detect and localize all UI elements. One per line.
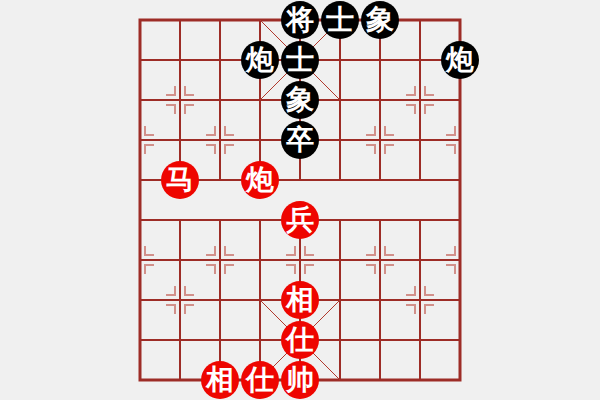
board-point: [360, 320, 400, 360]
board-point: [360, 240, 400, 280]
piece-red-advisor[interactable]: 仕: [281, 321, 319, 359]
board-point: 象: [360, 0, 400, 40]
board-point: [400, 320, 440, 360]
board-point: [240, 280, 280, 320]
board-point: [160, 0, 200, 40]
board-point: [440, 320, 480, 360]
board-point: 仕: [280, 320, 320, 360]
board-point: [120, 80, 160, 120]
board-point: [120, 360, 160, 400]
piece-red-horse[interactable]: 马: [161, 161, 199, 199]
board-point: [360, 160, 400, 200]
board-point: [280, 160, 320, 200]
piece-red-cannon[interactable]: 炮: [241, 161, 279, 199]
board-point: [240, 80, 280, 120]
board-point: [400, 80, 440, 120]
xiangqi-board-pieces: 将士象炮士炮象卒马炮兵相仕相仕帅: [120, 0, 480, 400]
board-point: 炮: [240, 160, 280, 200]
board-point: [360, 200, 400, 240]
piece-black-elephant[interactable]: 象: [361, 1, 399, 39]
board-point: [400, 360, 440, 400]
board-point: [120, 280, 160, 320]
piece-red-elephant[interactable]: 相: [281, 281, 319, 319]
board-point: [440, 360, 480, 400]
board-point: 士: [320, 0, 360, 40]
board-point: [200, 80, 240, 120]
piece-red-general[interactable]: 帅: [281, 361, 319, 399]
board-point: [120, 320, 160, 360]
board-point: [320, 40, 360, 80]
board-point: [200, 280, 240, 320]
piece-black-advisor[interactable]: 士: [321, 1, 359, 39]
board-point: [120, 200, 160, 240]
board-point: 将: [280, 0, 320, 40]
board-point: [400, 280, 440, 320]
board-point: 炮: [240, 40, 280, 80]
board-point: [240, 120, 280, 160]
board-point: [120, 0, 160, 40]
board-point: [200, 240, 240, 280]
board-point: [360, 360, 400, 400]
board-point: [320, 160, 360, 200]
board-point: [160, 200, 200, 240]
board-point: 兵: [280, 200, 320, 240]
board-point: [320, 240, 360, 280]
board-point: 炮: [440, 40, 480, 80]
board-point: 卒: [280, 120, 320, 160]
board-point: [360, 40, 400, 80]
board-point: 帅: [280, 360, 320, 400]
board-point: [440, 280, 480, 320]
piece-black-cannon[interactable]: 炮: [241, 41, 279, 79]
board-point: [400, 240, 440, 280]
board-point: [320, 320, 360, 360]
board-point: [320, 280, 360, 320]
board-point: 马: [160, 160, 200, 200]
piece-red-elephant[interactable]: 相: [201, 361, 239, 399]
board-point: [240, 0, 280, 40]
board-point: [440, 80, 480, 120]
board-point: 相: [200, 360, 240, 400]
board-point: [240, 200, 280, 240]
board-point: [160, 120, 200, 160]
board-point: [120, 240, 160, 280]
board-point: 仕: [240, 360, 280, 400]
board-point: [200, 200, 240, 240]
board-point: [360, 80, 400, 120]
board-point: [120, 120, 160, 160]
piece-red-soldier[interactable]: 兵: [281, 201, 319, 239]
board-point: [160, 360, 200, 400]
board-point: [200, 160, 240, 200]
board-point: [200, 0, 240, 40]
board-point: 相: [280, 280, 320, 320]
xiangqi-diagram: 将士象炮士炮象卒马炮兵相仕相仕帅: [0, 0, 600, 400]
board-point: [120, 160, 160, 200]
piece-black-general[interactable]: 将: [281, 1, 319, 39]
board-point: [240, 240, 280, 280]
board-point: [160, 80, 200, 120]
piece-black-elephant[interactable]: 象: [281, 81, 319, 119]
board-point: [400, 160, 440, 200]
board-point: [200, 120, 240, 160]
board-point: [440, 0, 480, 40]
board-point: [160, 280, 200, 320]
board-point: [320, 120, 360, 160]
board-point: [200, 40, 240, 80]
board-point: [440, 240, 480, 280]
board-point: [320, 80, 360, 120]
board-point: [400, 120, 440, 160]
board-point: [440, 120, 480, 160]
board-point: [320, 200, 360, 240]
board-point: [160, 240, 200, 280]
board-point: [200, 320, 240, 360]
board-point: [320, 360, 360, 400]
board-point: [400, 200, 440, 240]
board-point: [280, 240, 320, 280]
board-point: [240, 320, 280, 360]
board-point: 象: [280, 80, 320, 120]
board-point: [400, 40, 440, 80]
board-point: [360, 280, 400, 320]
piece-black-cannon[interactable]: 炮: [441, 41, 479, 79]
board-point: [440, 160, 480, 200]
board-point: 士: [280, 40, 320, 80]
board-point: [440, 200, 480, 240]
piece-red-advisor[interactable]: 仕: [241, 361, 279, 399]
piece-black-advisor[interactable]: 士: [281, 41, 319, 79]
board-point: [160, 320, 200, 360]
board-point: [360, 120, 400, 160]
piece-black-soldier[interactable]: 卒: [281, 121, 319, 159]
board-point: [160, 40, 200, 80]
board-point: [120, 40, 160, 80]
board-point: [400, 0, 440, 40]
